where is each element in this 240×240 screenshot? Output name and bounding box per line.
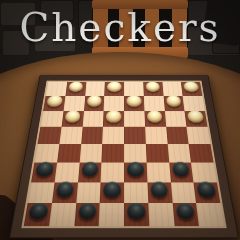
light-piece[interactable]	[68, 81, 83, 91]
board-row	[28, 182, 221, 203]
board-grid	[24, 82, 225, 226]
board	[17, 37, 231, 240]
square-a7[interactable]	[43, 96, 65, 111]
square-a1[interactable]	[24, 203, 52, 226]
square-g5[interactable]	[166, 127, 189, 144]
dark-piece[interactable]	[197, 182, 217, 198]
square-a5[interactable]	[38, 127, 62, 144]
square-h1[interactable]	[196, 203, 224, 226]
light-piece[interactable]	[65, 111, 81, 123]
dark-piece[interactable]	[81, 162, 99, 176]
square-a4[interactable]	[34, 144, 59, 162]
square-g6[interactable]	[164, 111, 186, 127]
light-piece[interactable]	[127, 96, 142, 107]
square-g8[interactable]	[162, 82, 183, 96]
square-e1[interactable]	[124, 203, 149, 226]
dark-piece[interactable]	[28, 203, 49, 220]
square-c1[interactable]	[74, 203, 100, 226]
square-e3[interactable]	[124, 162, 147, 182]
square-e7[interactable]	[124, 96, 144, 111]
square-e6[interactable]	[124, 111, 145, 127]
square-c2[interactable]	[76, 182, 101, 203]
square-h7[interactable]	[183, 96, 205, 111]
square-e8[interactable]	[124, 82, 144, 96]
light-piece[interactable]	[87, 96, 102, 107]
light-piece[interactable]	[183, 81, 199, 91]
game-scene: Checkers	[0, 0, 240, 240]
square-f3[interactable]	[146, 162, 170, 182]
board-row	[46, 82, 203, 96]
square-b2[interactable]	[52, 182, 78, 203]
square-h6[interactable]	[185, 111, 208, 127]
light-piece[interactable]	[147, 111, 163, 123]
square-f4[interactable]	[146, 144, 169, 162]
square-b4[interactable]	[57, 144, 81, 162]
square-h3[interactable]	[191, 162, 217, 182]
square-g4[interactable]	[167, 144, 191, 162]
square-h2[interactable]	[194, 182, 221, 203]
light-piece[interactable]	[107, 81, 121, 91]
dark-piece[interactable]	[56, 182, 75, 198]
square-g3[interactable]	[169, 162, 194, 182]
square-h8[interactable]	[181, 82, 202, 96]
square-e2[interactable]	[124, 182, 148, 203]
square-c3[interactable]	[78, 162, 102, 182]
board-row	[31, 162, 217, 182]
dark-piece[interactable]	[127, 203, 145, 220]
light-piece[interactable]	[166, 96, 182, 107]
square-d6[interactable]	[103, 111, 124, 127]
square-b5[interactable]	[59, 127, 82, 144]
square-c6[interactable]	[82, 111, 104, 127]
board-row	[43, 96, 205, 111]
square-b3[interactable]	[54, 162, 79, 182]
board-row	[24, 203, 225, 226]
square-h5[interactable]	[187, 127, 211, 144]
board-frame	[9, 75, 239, 238]
square-c8[interactable]	[85, 82, 105, 96]
dark-piece[interactable]	[150, 182, 168, 198]
square-d8[interactable]	[104, 82, 124, 96]
board-trim	[21, 81, 226, 229]
square-d3[interactable]	[101, 162, 124, 182]
square-f6[interactable]	[144, 111, 166, 127]
light-piece[interactable]	[187, 111, 204, 123]
square-c4[interactable]	[79, 144, 102, 162]
square-d5[interactable]	[102, 127, 124, 144]
square-c5[interactable]	[81, 127, 103, 144]
square-a6[interactable]	[40, 111, 63, 127]
board-row	[40, 111, 207, 127]
square-d7[interactable]	[104, 96, 124, 111]
square-e4[interactable]	[124, 144, 146, 162]
square-d1[interactable]	[99, 203, 124, 226]
square-f1[interactable]	[148, 203, 174, 226]
square-a2[interactable]	[28, 182, 55, 203]
square-e5[interactable]	[124, 127, 146, 144]
square-h4[interactable]	[189, 144, 214, 162]
square-b8[interactable]	[65, 82, 86, 96]
dark-piece[interactable]	[172, 162, 190, 176]
square-f5[interactable]	[145, 127, 167, 144]
dark-piece[interactable]	[103, 182, 121, 198]
dark-piece[interactable]	[35, 162, 54, 176]
square-b6[interactable]	[61, 111, 83, 127]
square-f2[interactable]	[147, 182, 172, 203]
dark-piece[interactable]	[127, 162, 144, 176]
dark-piece[interactable]	[78, 203, 97, 220]
light-piece[interactable]	[46, 96, 62, 107]
game-title: Checkers	[0, 8, 240, 47]
light-piece[interactable]	[106, 111, 121, 123]
square-g1[interactable]	[172, 203, 199, 226]
square-d4[interactable]	[102, 144, 124, 162]
square-g7[interactable]	[163, 96, 184, 111]
light-piece[interactable]	[145, 81, 160, 91]
square-f7[interactable]	[144, 96, 165, 111]
square-a3[interactable]	[31, 162, 57, 182]
board-row	[38, 127, 211, 144]
square-f8[interactable]	[143, 82, 163, 96]
square-c7[interactable]	[84, 96, 105, 111]
square-b1[interactable]	[49, 203, 76, 226]
square-b7[interactable]	[63, 96, 84, 111]
square-d2[interactable]	[100, 182, 124, 203]
square-g2[interactable]	[170, 182, 196, 203]
board-row	[34, 144, 213, 162]
dark-piece[interactable]	[175, 203, 195, 220]
square-a8[interactable]	[46, 82, 67, 96]
